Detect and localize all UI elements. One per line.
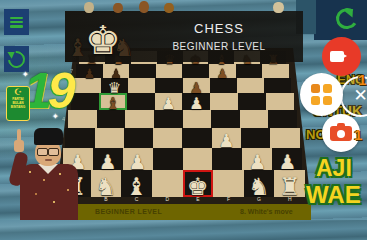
square-f4[interactable] bbox=[211, 110, 240, 128]
square-a5[interactable] bbox=[71, 93, 99, 110]
square-b1[interactable]: ♞ bbox=[91, 170, 122, 197]
file-label-C: C bbox=[135, 196, 139, 202]
square-c4[interactable] bbox=[125, 110, 154, 128]
square-a7[interactable]: ♟ bbox=[76, 64, 103, 78]
square-d5[interactable]: ♟ bbox=[155, 93, 183, 110]
black-b-b5[interactable]: ♝ bbox=[106, 96, 120, 112]
white-q-b6[interactable]: ♛ bbox=[108, 80, 121, 95]
square-g1[interactable]: ♞ bbox=[244, 170, 275, 197]
file-label-D: D bbox=[165, 196, 169, 202]
file-label-H: H bbox=[288, 196, 292, 202]
watermark-number: 1 bbox=[358, 71, 366, 88]
square-c6[interactable] bbox=[128, 78, 155, 93]
square-e1[interactable]: ♚ bbox=[183, 170, 214, 197]
square-b4[interactable] bbox=[97, 110, 126, 128]
piece-top-decoration bbox=[273, 2, 284, 13]
black-p-f7[interactable]: ♟ bbox=[216, 67, 228, 80]
white-p-c2[interactable]: ♟ bbox=[129, 152, 147, 172]
white-p-f3[interactable]: ♟ bbox=[218, 132, 234, 150]
square-f2[interactable] bbox=[212, 148, 242, 170]
watermark-text-wae: WAE bbox=[306, 181, 361, 209]
file-label-E: E bbox=[196, 196, 199, 202]
status-level-label: BEGINNER LEVEL bbox=[95, 208, 162, 215]
square-e2[interactable] bbox=[183, 148, 213, 170]
file-label-B: B bbox=[104, 196, 107, 202]
file-label-G: G bbox=[257, 196, 261, 202]
piece-top-decoration bbox=[113, 3, 123, 13]
pointing-finger bbox=[17, 129, 21, 142]
square-c1[interactable]: ♝ bbox=[121, 170, 152, 197]
square-e4[interactable] bbox=[183, 110, 212, 128]
status-bar: BEGINNER LEVEL 8. White's move bbox=[55, 204, 311, 220]
square-g2[interactable]: ♟ bbox=[242, 148, 272, 170]
square-b7[interactable]: ♟ bbox=[103, 64, 130, 78]
hamburger-icon bbox=[10, 17, 23, 28]
square-d2[interactable] bbox=[153, 148, 183, 170]
video-record-icon bbox=[330, 51, 344, 62]
square-f3[interactable]: ♟ bbox=[212, 128, 241, 148]
black-p-a7[interactable]: ♟ bbox=[84, 67, 96, 80]
white-p-h2[interactable]: ♟ bbox=[278, 152, 296, 172]
black-p-e6[interactable]: ♟ bbox=[189, 80, 202, 95]
square-e6[interactable]: ♟ bbox=[183, 78, 210, 93]
banner-pieces-art: ♝ ♚ ♞ bbox=[65, 11, 135, 62]
square-e5[interactable]: ♟ bbox=[182, 93, 210, 110]
file-label-F: F bbox=[227, 196, 230, 202]
white-p-b2[interactable]: ♟ bbox=[99, 152, 117, 172]
square-h5[interactable] bbox=[266, 93, 294, 110]
square-d3[interactable] bbox=[153, 128, 182, 148]
sparkle-icon: ✦ bbox=[22, 70, 29, 79]
square-c2[interactable]: ♟ bbox=[123, 148, 153, 170]
glasses-icon bbox=[37, 148, 48, 156]
white-p-e5[interactable]: ♟ bbox=[189, 96, 203, 112]
piece-top-decoration bbox=[164, 3, 174, 13]
record-button[interactable] bbox=[322, 37, 361, 76]
square-h6[interactable] bbox=[264, 78, 291, 93]
watermark-number: 1 bbox=[354, 126, 362, 143]
piece-top-decoration bbox=[84, 2, 94, 13]
piece-top-decoration bbox=[139, 1, 149, 13]
banner-dark-piece-icon: ♞ bbox=[113, 36, 135, 60]
square-h1[interactable]: ♜ bbox=[274, 170, 305, 197]
white-p-d5[interactable]: ♟ bbox=[161, 96, 175, 112]
status-move-label: 8. White's move bbox=[240, 208, 293, 215]
photo-camera-icon bbox=[330, 126, 352, 141]
white-p-g2[interactable]: ♟ bbox=[248, 152, 266, 172]
square-h4[interactable] bbox=[268, 110, 297, 128]
black-cap bbox=[34, 128, 63, 145]
square-f7[interactable]: ♟ bbox=[209, 64, 236, 78]
square-g3[interactable] bbox=[241, 128, 270, 148]
watermark-person-photo bbox=[10, 124, 85, 220]
x-close-icon: ✕ bbox=[353, 86, 367, 105]
square-e3[interactable] bbox=[182, 128, 211, 148]
square-h2[interactable]: ♟ bbox=[272, 148, 302, 170]
menu-button[interactable] bbox=[4, 9, 29, 35]
crescent-star-icon: ☪ bbox=[7, 87, 29, 97]
watermark-text-aji: AJI bbox=[316, 155, 352, 182]
level-banner: ♝ ♚ ♞ CHESS BEGINNER LEVEL bbox=[65, 11, 303, 62]
square-c7[interactable] bbox=[129, 64, 156, 78]
chess-app-screen: { "game": "chess", "banner": { "title": … bbox=[0, 0, 367, 220]
square-g6[interactable] bbox=[237, 78, 264, 93]
square-c5[interactable] bbox=[127, 93, 155, 110]
watermark-number-19: 19 bbox=[24, 66, 72, 116]
square-b6[interactable]: ♛ bbox=[101, 78, 128, 93]
square-c3[interactable] bbox=[124, 128, 153, 148]
square-g5[interactable] bbox=[238, 93, 266, 110]
square-d6[interactable] bbox=[155, 78, 182, 93]
party-badge-text: BINTANG bbox=[7, 105, 29, 109]
square-b2[interactable]: ♟ bbox=[93, 148, 123, 170]
banner-subtitle: BEGINNER LEVEL bbox=[135, 41, 303, 52]
banner-title: CHESS bbox=[135, 21, 303, 36]
square-h3[interactable] bbox=[270, 128, 299, 148]
orange-grid-icon bbox=[311, 84, 320, 93]
square-d1[interactable] bbox=[152, 170, 183, 197]
square-b3[interactable] bbox=[95, 128, 124, 148]
party-badge: ☪ PARTAI BULAN BINTANG bbox=[6, 86, 30, 121]
grid-menu-button[interactable] bbox=[300, 73, 343, 116]
square-d4[interactable] bbox=[154, 110, 183, 128]
square-f5[interactable] bbox=[210, 93, 238, 110]
square-f1[interactable] bbox=[213, 170, 244, 197]
sparkle-icon: ✦ bbox=[52, 112, 59, 121]
square-g4[interactable] bbox=[240, 110, 269, 128]
square-b5[interactable]: ♝ bbox=[99, 93, 127, 110]
